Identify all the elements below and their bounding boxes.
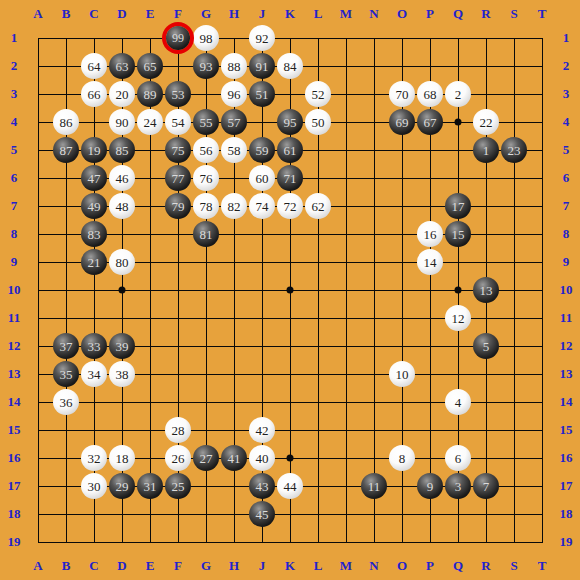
row-label-right-7: 7 xyxy=(552,192,580,220)
column-label-top-E: E xyxy=(136,0,164,28)
row-label-right-17: 17 xyxy=(552,472,580,500)
stone-80: 80 xyxy=(109,249,135,275)
column-label-bottom-K: K xyxy=(276,552,304,580)
stone-21: 21 xyxy=(81,249,107,275)
column-label-top-P: P xyxy=(416,0,444,28)
star-point-Q10 xyxy=(455,287,462,294)
stone-61: 61 xyxy=(277,137,303,163)
stone-78: 78 xyxy=(193,193,219,219)
row-label-left-2: 2 xyxy=(0,52,28,80)
stone-56: 56 xyxy=(193,137,219,163)
stone-70: 70 xyxy=(389,81,415,107)
stone-88: 88 xyxy=(221,53,247,79)
column-label-bottom-J: J xyxy=(248,552,276,580)
stone-48: 48 xyxy=(109,193,135,219)
stone-89: 89 xyxy=(137,81,163,107)
stone-91: 91 xyxy=(249,53,275,79)
stone-51: 51 xyxy=(249,81,275,107)
row-label-right-13: 13 xyxy=(552,360,580,388)
grid-line-horizontal xyxy=(38,430,543,431)
stone-11: 11 xyxy=(361,473,387,499)
stone-41: 41 xyxy=(221,445,247,471)
row-label-left-13: 13 xyxy=(0,360,28,388)
grid-line-vertical xyxy=(514,38,515,543)
column-label-top-C: C xyxy=(80,0,108,28)
row-label-left-15: 15 xyxy=(0,416,28,444)
stone-90: 90 xyxy=(109,109,135,135)
column-label-top-B: B xyxy=(52,0,80,28)
column-label-bottom-B: B xyxy=(52,552,80,580)
stone-42: 42 xyxy=(249,417,275,443)
stone-66: 66 xyxy=(81,81,107,107)
grid-line-horizontal xyxy=(38,542,543,543)
row-label-left-16: 16 xyxy=(0,444,28,472)
stone-58: 58 xyxy=(221,137,247,163)
column-label-bottom-Q: Q xyxy=(444,552,472,580)
grid-line-vertical xyxy=(346,38,347,543)
column-label-bottom-R: R xyxy=(472,552,500,580)
column-label-bottom-N: N xyxy=(360,552,388,580)
stone-46: 46 xyxy=(109,165,135,191)
column-label-top-J: J xyxy=(248,0,276,28)
stone-81: 81 xyxy=(193,221,219,247)
stone-54: 54 xyxy=(165,109,191,135)
column-label-bottom-O: O xyxy=(388,552,416,580)
column-label-top-L: L xyxy=(304,0,332,28)
stone-27: 27 xyxy=(193,445,219,471)
column-label-bottom-F: F xyxy=(164,552,192,580)
star-point-K10 xyxy=(287,287,294,294)
stone-72: 72 xyxy=(277,193,303,219)
star-point-D10 xyxy=(119,287,126,294)
stone-40: 40 xyxy=(249,445,275,471)
stone-32: 32 xyxy=(81,445,107,471)
stone-96: 96 xyxy=(221,81,247,107)
row-label-right-5: 5 xyxy=(552,136,580,164)
stone-17: 17 xyxy=(445,193,471,219)
stone-13: 13 xyxy=(473,277,499,303)
stone-22: 22 xyxy=(473,109,499,135)
column-label-top-Q: Q xyxy=(444,0,472,28)
stone-83: 83 xyxy=(81,221,107,247)
stone-99-last-move: 99 xyxy=(166,26,190,50)
stone-79: 79 xyxy=(165,193,191,219)
column-label-bottom-A: A xyxy=(24,552,52,580)
stone-68: 68 xyxy=(417,81,443,107)
row-label-right-2: 2 xyxy=(552,52,580,80)
stone-63: 63 xyxy=(109,53,135,79)
row-label-right-15: 15 xyxy=(552,416,580,444)
row-label-right-8: 8 xyxy=(552,220,580,248)
column-label-top-H: H xyxy=(220,0,248,28)
stone-31: 31 xyxy=(137,473,163,499)
row-label-left-17: 17 xyxy=(0,472,28,500)
stone-4: 4 xyxy=(445,389,471,415)
stone-52: 52 xyxy=(305,81,331,107)
stone-16: 16 xyxy=(417,221,443,247)
stone-25: 25 xyxy=(165,473,191,499)
stone-85: 85 xyxy=(109,137,135,163)
row-label-left-18: 18 xyxy=(0,500,28,528)
stone-1: 1 xyxy=(473,137,499,163)
stone-8: 8 xyxy=(389,445,415,471)
row-label-left-6: 6 xyxy=(0,164,28,192)
column-label-top-M: M xyxy=(332,0,360,28)
stone-39: 39 xyxy=(109,333,135,359)
stone-2: 2 xyxy=(445,81,471,107)
column-label-top-A: A xyxy=(24,0,52,28)
column-label-bottom-E: E xyxy=(136,552,164,580)
stone-37: 37 xyxy=(53,333,79,359)
column-label-top-G: G xyxy=(192,0,220,28)
column-label-bottom-M: M xyxy=(332,552,360,580)
stone-64: 64 xyxy=(81,53,107,79)
stone-49: 49 xyxy=(81,193,107,219)
row-label-right-18: 18 xyxy=(552,500,580,528)
stone-38: 38 xyxy=(109,361,135,387)
row-label-right-10: 10 xyxy=(552,276,580,304)
row-label-left-3: 3 xyxy=(0,80,28,108)
stone-35: 35 xyxy=(53,361,79,387)
go-board: AABBCCDDEEFFGGHHJJKKLLMMNNOOPPQQRRSSTT11… xyxy=(0,0,580,580)
grid-line-vertical xyxy=(374,38,375,543)
row-label-right-16: 16 xyxy=(552,444,580,472)
row-label-left-1: 1 xyxy=(0,24,28,52)
grid-line-vertical xyxy=(542,38,543,543)
stone-36: 36 xyxy=(53,389,79,415)
stone-67: 67 xyxy=(417,109,443,135)
row-label-right-9: 9 xyxy=(552,248,580,276)
column-label-bottom-T: T xyxy=(528,552,556,580)
stone-76: 76 xyxy=(193,165,219,191)
row-label-left-11: 11 xyxy=(0,304,28,332)
column-label-top-O: O xyxy=(388,0,416,28)
column-label-bottom-H: H xyxy=(220,552,248,580)
column-label-bottom-P: P xyxy=(416,552,444,580)
stone-71: 71 xyxy=(277,165,303,191)
stone-98: 98 xyxy=(193,25,219,51)
stone-50: 50 xyxy=(305,109,331,135)
row-label-right-14: 14 xyxy=(552,388,580,416)
stone-77: 77 xyxy=(165,165,191,191)
stone-12: 12 xyxy=(445,305,471,331)
stone-69: 69 xyxy=(389,109,415,135)
column-label-top-R: R xyxy=(472,0,500,28)
row-label-left-9: 9 xyxy=(0,248,28,276)
row-label-right-19: 19 xyxy=(552,528,580,556)
stone-6: 6 xyxy=(445,445,471,471)
stone-18: 18 xyxy=(109,445,135,471)
stone-65: 65 xyxy=(137,53,163,79)
row-label-left-4: 4 xyxy=(0,108,28,136)
stone-33: 33 xyxy=(81,333,107,359)
stone-43: 43 xyxy=(249,473,275,499)
stone-62: 62 xyxy=(305,193,331,219)
row-label-left-5: 5 xyxy=(0,136,28,164)
stone-9: 9 xyxy=(417,473,443,499)
stone-20: 20 xyxy=(109,81,135,107)
row-label-right-11: 11 xyxy=(552,304,580,332)
stone-7: 7 xyxy=(473,473,499,499)
stone-30: 30 xyxy=(81,473,107,499)
stone-82: 82 xyxy=(221,193,247,219)
stone-74: 74 xyxy=(249,193,275,219)
stone-53: 53 xyxy=(165,81,191,107)
stone-47: 47 xyxy=(81,165,107,191)
stone-5: 5 xyxy=(473,333,499,359)
column-label-bottom-D: D xyxy=(108,552,136,580)
column-label-top-N: N xyxy=(360,0,388,28)
row-label-right-4: 4 xyxy=(552,108,580,136)
stone-24: 24 xyxy=(137,109,163,135)
row-label-left-10: 10 xyxy=(0,276,28,304)
stone-92: 92 xyxy=(249,25,275,51)
stone-59: 59 xyxy=(249,137,275,163)
stone-14: 14 xyxy=(417,249,443,275)
star-point-Q4 xyxy=(455,119,462,126)
stone-57: 57 xyxy=(221,109,247,135)
row-label-left-7: 7 xyxy=(0,192,28,220)
star-point-K16 xyxy=(287,455,294,462)
row-label-left-12: 12 xyxy=(0,332,28,360)
row-label-left-19: 19 xyxy=(0,528,28,556)
stone-15: 15 xyxy=(445,221,471,247)
column-label-bottom-L: L xyxy=(304,552,332,580)
column-label-top-F: F xyxy=(164,0,192,28)
row-label-right-6: 6 xyxy=(552,164,580,192)
stone-45: 45 xyxy=(249,501,275,527)
stone-19: 19 xyxy=(81,137,107,163)
stone-44: 44 xyxy=(277,473,303,499)
grid-line-horizontal xyxy=(38,514,543,515)
stone-23: 23 xyxy=(501,137,527,163)
stone-93: 93 xyxy=(193,53,219,79)
stone-29: 29 xyxy=(109,473,135,499)
stone-55: 55 xyxy=(193,109,219,135)
stone-87: 87 xyxy=(53,137,79,163)
stone-34: 34 xyxy=(81,361,107,387)
stone-75: 75 xyxy=(165,137,191,163)
column-label-top-D: D xyxy=(108,0,136,28)
stone-28: 28 xyxy=(165,417,191,443)
column-label-bottom-S: S xyxy=(500,552,528,580)
row-label-right-1: 1 xyxy=(552,24,580,52)
stone-26: 26 xyxy=(165,445,191,471)
stone-10: 10 xyxy=(389,361,415,387)
column-label-bottom-C: C xyxy=(80,552,108,580)
row-label-right-3: 3 xyxy=(552,80,580,108)
row-label-left-14: 14 xyxy=(0,388,28,416)
column-label-bottom-G: G xyxy=(192,552,220,580)
stone-86: 86 xyxy=(53,109,79,135)
stone-84: 84 xyxy=(277,53,303,79)
stone-60: 60 xyxy=(249,165,275,191)
stone-3: 3 xyxy=(445,473,471,499)
column-label-top-S: S xyxy=(500,0,528,28)
row-label-left-8: 8 xyxy=(0,220,28,248)
column-label-top-K: K xyxy=(276,0,304,28)
row-label-right-12: 12 xyxy=(552,332,580,360)
stone-95: 95 xyxy=(277,109,303,135)
